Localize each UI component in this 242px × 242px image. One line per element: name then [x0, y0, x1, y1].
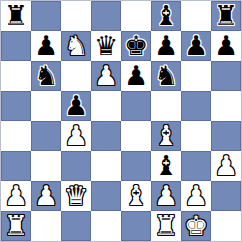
square-a2[interactable]: ♟: [1, 181, 31, 211]
square-f8[interactable]: ♝: [151, 1, 181, 31]
black-pawn[interactable]: ♟: [214, 31, 238, 61]
square-e5[interactable]: [121, 91, 151, 121]
white-pawn[interactable]: ♟: [4, 181, 28, 211]
black-knight[interactable]: ♞: [34, 61, 58, 91]
white-pawn[interactable]: ♟: [34, 181, 58, 211]
square-g1[interactable]: ♚: [181, 211, 211, 241]
black-pawn[interactable]: ♟: [64, 91, 88, 121]
square-b2[interactable]: ♟: [31, 181, 61, 211]
square-h4[interactable]: [211, 121, 241, 151]
square-c3[interactable]: [61, 151, 91, 181]
square-c2[interactable]: ♛: [61, 181, 91, 211]
square-g3[interactable]: [181, 151, 211, 181]
black-queen[interactable]: ♛: [94, 31, 118, 61]
black-pawn[interactable]: ♟: [184, 31, 208, 61]
square-e3[interactable]: [121, 151, 151, 181]
square-d4[interactable]: [91, 121, 121, 151]
square-c7[interactable]: ♞: [61, 31, 91, 61]
white-pawn[interactable]: ♟: [154, 181, 178, 211]
square-h5[interactable]: [211, 91, 241, 121]
square-c6[interactable]: [61, 61, 91, 91]
square-b1[interactable]: [31, 211, 61, 241]
white-rook[interactable]: ♜: [154, 211, 178, 241]
square-f2[interactable]: ♟: [151, 181, 181, 211]
black-bishop[interactable]: ♝: [154, 151, 178, 181]
square-e4[interactable]: [121, 121, 151, 151]
square-a6[interactable]: [1, 61, 31, 91]
white-knight[interactable]: ♞: [64, 31, 88, 61]
square-g8[interactable]: [181, 1, 211, 31]
white-queen[interactable]: ♛: [64, 181, 88, 211]
square-d7[interactable]: ♛: [91, 31, 121, 61]
square-b5[interactable]: [31, 91, 61, 121]
square-c1[interactable]: [61, 211, 91, 241]
square-g7[interactable]: ♟: [181, 31, 211, 61]
square-h3[interactable]: ♟: [211, 151, 241, 181]
square-e1[interactable]: [121, 211, 151, 241]
white-bishop[interactable]: ♝: [154, 121, 178, 151]
white-pawn[interactable]: ♟: [184, 181, 208, 211]
square-a3[interactable]: [1, 151, 31, 181]
square-a8[interactable]: ♜: [1, 1, 31, 31]
white-rook[interactable]: ♜: [4, 211, 28, 241]
square-g6[interactable]: [181, 61, 211, 91]
square-h8[interactable]: ♜: [211, 1, 241, 31]
square-a7[interactable]: [1, 31, 31, 61]
square-f4[interactable]: ♝: [151, 121, 181, 151]
square-d2[interactable]: [91, 181, 121, 211]
square-h6[interactable]: [211, 61, 241, 91]
black-rook[interactable]: ♜: [214, 1, 238, 31]
square-a4[interactable]: [1, 121, 31, 151]
square-d3[interactable]: [91, 151, 121, 181]
black-pawn[interactable]: ♟: [154, 31, 178, 61]
square-b8[interactable]: [31, 1, 61, 31]
square-f1[interactable]: ♜: [151, 211, 181, 241]
square-g5[interactable]: [181, 91, 211, 121]
square-d1[interactable]: [91, 211, 121, 241]
square-f6[interactable]: ♞: [151, 61, 181, 91]
square-b7[interactable]: ♟: [31, 31, 61, 61]
square-a5[interactable]: [1, 91, 31, 121]
square-b3[interactable]: [31, 151, 61, 181]
white-pawn[interactable]: ♟: [94, 61, 118, 91]
black-pawn[interactable]: ♟: [124, 61, 148, 91]
square-f3[interactable]: ♝: [151, 151, 181, 181]
square-b4[interactable]: [31, 121, 61, 151]
square-d6[interactable]: ♟: [91, 61, 121, 91]
square-b6[interactable]: ♞: [31, 61, 61, 91]
square-a1[interactable]: ♜: [1, 211, 31, 241]
black-king[interactable]: ♚: [124, 31, 148, 61]
square-g4[interactable]: [181, 121, 211, 151]
black-pawn[interactable]: ♟: [34, 31, 58, 61]
white-bishop[interactable]: ♝: [124, 181, 148, 211]
square-d5[interactable]: [91, 91, 121, 121]
square-e7[interactable]: ♚: [121, 31, 151, 61]
black-knight[interactable]: ♞: [154, 61, 178, 91]
square-f7[interactable]: ♟: [151, 31, 181, 61]
white-king[interactable]: ♚: [184, 211, 208, 241]
square-f5[interactable]: [151, 91, 181, 121]
white-pawn[interactable]: ♟: [64, 121, 88, 151]
square-e8[interactable]: [121, 1, 151, 31]
black-bishop[interactable]: ♝: [154, 1, 178, 31]
square-g2[interactable]: ♟: [181, 181, 211, 211]
square-h2[interactable]: [211, 181, 241, 211]
square-e6[interactable]: ♟: [121, 61, 151, 91]
white-pawn[interactable]: ♟: [214, 151, 238, 181]
square-e2[interactable]: ♝: [121, 181, 151, 211]
black-rook[interactable]: ♜: [4, 1, 28, 31]
chess-board: ♜♝♜♟♞♛♚♟♟♟♞♟♟♞♟♟♝♝♟♟♟♛♝♟♟♜♜♚: [0, 0, 242, 242]
square-c5[interactable]: ♟: [61, 91, 91, 121]
square-h1[interactable]: [211, 211, 241, 241]
square-d8[interactable]: [91, 1, 121, 31]
square-c4[interactable]: ♟: [61, 121, 91, 151]
square-h7[interactable]: ♟: [211, 31, 241, 61]
square-c8[interactable]: [61, 1, 91, 31]
